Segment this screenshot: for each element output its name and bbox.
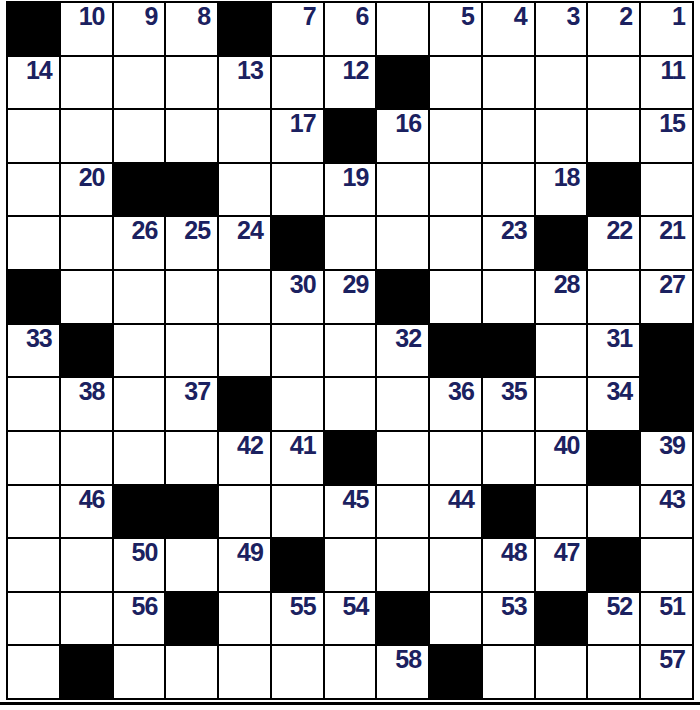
- clue-number-12: 12: [343, 57, 369, 83]
- cell-r3c5[interactable]: [219, 110, 270, 162]
- clue-number-51: 51: [659, 593, 685, 619]
- cell-r3c9[interactable]: [430, 110, 481, 162]
- clue-number-11: 11: [661, 57, 685, 83]
- cell-r13c1[interactable]: [8, 646, 59, 698]
- cell-r8c7[interactable]: [325, 378, 376, 430]
- black-cell-r1c1: [8, 3, 59, 55]
- cell-r8c3[interactable]: [114, 378, 165, 430]
- black-cell-r7c9: [430, 325, 481, 377]
- clue-number-43: 43: [659, 486, 685, 512]
- cell-r13c5[interactable]: [219, 646, 270, 698]
- clue-number-29: 29: [343, 271, 369, 297]
- clue-number-55: 55: [290, 593, 316, 619]
- cell-r10c8[interactable]: [377, 486, 428, 538]
- cell-r4c7[interactable]: 19: [325, 164, 376, 216]
- cell-r12c10[interactable]: 53: [483, 593, 534, 645]
- cell-r8c9[interactable]: 36: [430, 378, 481, 430]
- cell-r2c10[interactable]: [483, 57, 534, 109]
- cell-r8c4[interactable]: 37: [166, 378, 217, 430]
- cell-r2c2[interactable]: [61, 57, 112, 109]
- cell-r5c9[interactable]: [430, 217, 481, 269]
- cell-r13c13[interactable]: 57: [641, 646, 692, 698]
- cell-r2c9[interactable]: [430, 57, 481, 109]
- clue-number-45: 45: [343, 486, 369, 512]
- cell-r8c8[interactable]: [377, 378, 428, 430]
- cell-r11c3[interactable]: 50: [114, 539, 165, 591]
- cell-r3c8[interactable]: 16: [377, 110, 428, 162]
- cell-r11c2[interactable]: [61, 539, 112, 591]
- cell-r12c13[interactable]: 51: [641, 593, 692, 645]
- cell-r3c2[interactable]: [61, 110, 112, 162]
- cell-r13c6[interactable]: [272, 646, 323, 698]
- cell-r7c8[interactable]: 32: [377, 325, 428, 377]
- cell-r9c2[interactable]: [61, 432, 112, 484]
- cell-r10c7[interactable]: 45: [325, 486, 376, 538]
- cell-r11c7[interactable]: [325, 539, 376, 591]
- black-cell-r10c10: [483, 486, 534, 538]
- cell-r1c4[interactable]: 8: [166, 3, 217, 55]
- cell-r9c9[interactable]: [430, 432, 481, 484]
- clue-number-47: 47: [554, 539, 580, 565]
- cell-r1c6[interactable]: 7: [272, 3, 323, 55]
- cell-r7c11[interactable]: [536, 325, 587, 377]
- cell-r11c13[interactable]: [641, 539, 692, 591]
- cell-r1c8[interactable]: [377, 3, 428, 55]
- clue-number-25: 25: [184, 217, 210, 243]
- cell-r6c6[interactable]: 30: [272, 271, 323, 323]
- cell-r4c2[interactable]: 20: [61, 164, 112, 216]
- clue-number-31: 31: [606, 325, 632, 351]
- cell-r11c10[interactable]: 48: [483, 539, 534, 591]
- cell-r10c1[interactable]: [8, 486, 59, 538]
- black-cell-r7c10: [483, 325, 534, 377]
- cell-r11c5[interactable]: 49: [219, 539, 270, 591]
- cell-r6c3[interactable]: [114, 271, 165, 323]
- board-bottom-border: [0, 702, 700, 705]
- clue-number-50: 50: [131, 539, 157, 565]
- cell-r1c10[interactable]: 4: [483, 3, 534, 55]
- cell-r10c5[interactable]: [219, 486, 270, 538]
- black-cell-r6c1: [8, 271, 59, 323]
- black-cell-r5c11: [536, 217, 587, 269]
- black-cell-r12c8: [377, 593, 428, 645]
- cell-r6c4[interactable]: [166, 271, 217, 323]
- clue-number-35: 35: [501, 378, 527, 404]
- cell-r13c8[interactable]: 58: [377, 646, 428, 698]
- cell-r3c10[interactable]: [483, 110, 534, 162]
- cell-r4c1[interactable]: [8, 164, 59, 216]
- black-cell-r12c11: [536, 593, 587, 645]
- cell-r9c1[interactable]: [8, 432, 59, 484]
- cell-r5c8[interactable]: [377, 217, 428, 269]
- clue-number-1: 1: [672, 3, 685, 29]
- clue-number-28: 28: [554, 271, 580, 297]
- cell-r5c2[interactable]: [61, 217, 112, 269]
- crossword-board: 1098765432114131211171615201918262524232…: [6, 1, 694, 700]
- cell-r9c4[interactable]: [166, 432, 217, 484]
- cell-r9c13[interactable]: 39: [641, 432, 692, 484]
- cell-r13c3[interactable]: [114, 646, 165, 698]
- black-cell-r12c4: [166, 593, 217, 645]
- black-cell-r1c5: [219, 3, 270, 55]
- cell-r6c9[interactable]: [430, 271, 481, 323]
- clue-number-54: 54: [343, 593, 369, 619]
- cell-r12c7[interactable]: 54: [325, 593, 376, 645]
- black-cell-r9c7: [325, 432, 376, 484]
- cell-r7c3[interactable]: [114, 325, 165, 377]
- cell-r8c1[interactable]: [8, 378, 59, 430]
- cell-r9c6[interactable]: 41: [272, 432, 323, 484]
- clue-number-4: 4: [514, 3, 527, 29]
- cell-r2c4[interactable]: [166, 57, 217, 109]
- cell-r7c12[interactable]: 31: [588, 325, 639, 377]
- clue-number-19: 19: [343, 164, 369, 190]
- cell-r11c8[interactable]: [377, 539, 428, 591]
- clue-number-32: 32: [395, 325, 421, 351]
- clue-number-9: 9: [144, 3, 157, 29]
- cell-r6c12[interactable]: [588, 271, 639, 323]
- clue-number-49: 49: [237, 539, 263, 565]
- cell-r4c5[interactable]: [219, 164, 270, 216]
- black-cell-r11c6: [272, 539, 323, 591]
- cell-r11c9[interactable]: [430, 539, 481, 591]
- cell-r7c7[interactable]: [325, 325, 376, 377]
- clue-number-26: 26: [131, 217, 157, 243]
- black-cell-r2c8: [377, 57, 428, 109]
- cell-r7c6[interactable]: [272, 325, 323, 377]
- clue-number-37: 37: [184, 378, 210, 404]
- clue-number-20: 20: [79, 164, 105, 190]
- cell-r6c7[interactable]: 29: [325, 271, 376, 323]
- cell-r5c12[interactable]: 22: [588, 217, 639, 269]
- cell-r2c7[interactable]: 12: [325, 57, 376, 109]
- cell-r4c6[interactable]: [272, 164, 323, 216]
- cell-r11c4[interactable]: [166, 539, 217, 591]
- cell-r9c8[interactable]: [377, 432, 428, 484]
- black-cell-r5c6: [272, 217, 323, 269]
- clue-number-38: 38: [79, 378, 105, 404]
- clue-number-30: 30: [290, 271, 316, 297]
- cell-r8c12[interactable]: 34: [588, 378, 639, 430]
- cell-r2c3[interactable]: [114, 57, 165, 109]
- black-cell-r4c3: [114, 164, 165, 216]
- clue-number-36: 36: [448, 378, 474, 404]
- cell-r3c11[interactable]: [536, 110, 587, 162]
- clue-number-10: 10: [79, 3, 105, 29]
- clue-number-18: 18: [554, 164, 580, 190]
- black-cell-r4c12: [588, 164, 639, 216]
- clue-number-33: 33: [26, 325, 52, 351]
- cell-r9c3[interactable]: [114, 432, 165, 484]
- black-cell-r13c2: [61, 646, 112, 698]
- cell-r13c11[interactable]: [536, 646, 587, 698]
- cell-r10c12[interactable]: [588, 486, 639, 538]
- cell-r12c3[interactable]: 56: [114, 593, 165, 645]
- clue-number-53: 53: [501, 593, 527, 619]
- cell-r2c12[interactable]: [588, 57, 639, 109]
- cell-r6c13[interactable]: 27: [641, 271, 692, 323]
- cell-r12c1[interactable]: [8, 593, 59, 645]
- clue-number-2: 2: [619, 3, 632, 29]
- cell-r3c12[interactable]: [588, 110, 639, 162]
- cell-r13c4[interactable]: [166, 646, 217, 698]
- cell-r12c2[interactable]: [61, 593, 112, 645]
- cell-r6c10[interactable]: [483, 271, 534, 323]
- black-cell-r9c12: [588, 432, 639, 484]
- clue-number-44: 44: [448, 486, 474, 512]
- cell-r4c11[interactable]: 18: [536, 164, 587, 216]
- cell-r10c6[interactable]: [272, 486, 323, 538]
- clue-number-40: 40: [554, 432, 580, 458]
- cell-r6c11[interactable]: 28: [536, 271, 587, 323]
- cell-r5c10[interactable]: 23: [483, 217, 534, 269]
- cell-r11c1[interactable]: [8, 539, 59, 591]
- clue-number-52: 52: [606, 593, 632, 619]
- black-cell-r11c12: [588, 539, 639, 591]
- clue-number-3: 3: [567, 3, 580, 29]
- cell-r10c2[interactable]: 46: [61, 486, 112, 538]
- clue-number-7: 7: [303, 3, 316, 29]
- clue-number-14: 14: [26, 57, 52, 83]
- cell-r2c5[interactable]: 13: [219, 57, 270, 109]
- black-cell-r13c9: [430, 646, 481, 698]
- clue-number-23: 23: [501, 217, 527, 243]
- black-cell-r6c8: [377, 271, 428, 323]
- cell-r4c9[interactable]: [430, 164, 481, 216]
- cell-r5c13[interactable]: 21: [641, 217, 692, 269]
- cell-r1c11[interactable]: 3: [536, 3, 587, 55]
- cell-r9c10[interactable]: [483, 432, 534, 484]
- cell-r10c13[interactable]: 43: [641, 486, 692, 538]
- cell-r10c11[interactable]: [536, 486, 587, 538]
- cell-r6c2[interactable]: [61, 271, 112, 323]
- cell-r8c2[interactable]: 38: [61, 378, 112, 430]
- clue-number-34: 34: [606, 378, 632, 404]
- cell-r9c11[interactable]: 40: [536, 432, 587, 484]
- cell-r5c1[interactable]: [8, 217, 59, 269]
- clue-number-48: 48: [501, 539, 527, 565]
- cell-r2c13[interactable]: 11: [641, 57, 692, 109]
- cell-r7c5[interactable]: [219, 325, 270, 377]
- cell-r13c7[interactable]: [325, 646, 376, 698]
- clue-number-16: 16: [395, 110, 421, 136]
- cell-r3c13[interactable]: 15: [641, 110, 692, 162]
- clue-number-17: 17: [290, 110, 316, 136]
- cell-r1c12[interactable]: 2: [588, 3, 639, 55]
- cell-r3c4[interactable]: [166, 110, 217, 162]
- black-cell-r8c13: [641, 378, 692, 430]
- cell-r4c13[interactable]: [641, 164, 692, 216]
- clue-number-21: 21: [659, 217, 685, 243]
- cell-r1c2[interactable]: 10: [61, 3, 112, 55]
- cell-r1c7[interactable]: 6: [325, 3, 376, 55]
- black-cell-r4c4: [166, 164, 217, 216]
- clue-number-46: 46: [79, 486, 105, 512]
- black-cell-r7c2: [61, 325, 112, 377]
- cell-r12c9[interactable]: [430, 593, 481, 645]
- clue-number-13: 13: [237, 57, 263, 83]
- cell-r5c4[interactable]: 25: [166, 217, 217, 269]
- cell-r6c5[interactable]: [219, 271, 270, 323]
- cell-r8c11[interactable]: [536, 378, 587, 430]
- cell-r2c11[interactable]: [536, 57, 587, 109]
- clue-number-22: 22: [606, 217, 632, 243]
- clue-number-39: 39: [659, 432, 685, 458]
- clue-number-41: 41: [290, 432, 316, 458]
- cell-r7c1[interactable]: 33: [8, 325, 59, 377]
- black-cell-r7c13: [641, 325, 692, 377]
- cell-r7c4[interactable]: [166, 325, 217, 377]
- black-cell-r3c7: [325, 110, 376, 162]
- black-cell-r10c4: [166, 486, 217, 538]
- clue-number-8: 8: [197, 3, 210, 29]
- cell-r3c6[interactable]: 17: [272, 110, 323, 162]
- cell-r3c3[interactable]: [114, 110, 165, 162]
- clue-number-42: 42: [237, 432, 263, 458]
- black-cell-r10c3: [114, 486, 165, 538]
- cell-r13c12[interactable]: [588, 646, 639, 698]
- cell-r4c10[interactable]: [483, 164, 534, 216]
- clue-number-57: 57: [659, 646, 685, 672]
- cell-r10c9[interactable]: 44: [430, 486, 481, 538]
- clue-number-5: 5: [461, 3, 474, 29]
- cell-r13c10[interactable]: [483, 646, 534, 698]
- cell-r5c3[interactable]: 26: [114, 217, 165, 269]
- cell-r1c3[interactable]: 9: [114, 3, 165, 55]
- cell-r8c6[interactable]: [272, 378, 323, 430]
- clue-number-58: 58: [395, 646, 421, 672]
- cell-r5c5[interactable]: 24: [219, 217, 270, 269]
- clue-number-6: 6: [355, 3, 368, 29]
- cell-r8c10[interactable]: 35: [483, 378, 534, 430]
- cell-r12c6[interactable]: 55: [272, 593, 323, 645]
- clue-number-15: 15: [659, 110, 685, 136]
- cell-r3c1[interactable]: [8, 110, 59, 162]
- cell-r12c5[interactable]: [219, 593, 270, 645]
- clue-number-24: 24: [237, 217, 263, 243]
- cell-r4c8[interactable]: [377, 164, 428, 216]
- cell-r2c6[interactable]: [272, 57, 323, 109]
- cell-r11c11[interactable]: 47: [536, 539, 587, 591]
- cell-r1c9[interactable]: 5: [430, 3, 481, 55]
- cell-r2c1[interactable]: 14: [8, 57, 59, 109]
- cell-r12c12[interactable]: 52: [588, 593, 639, 645]
- cell-r9c5[interactable]: 42: [219, 432, 270, 484]
- clue-number-56: 56: [131, 593, 157, 619]
- cell-r5c7[interactable]: [325, 217, 376, 269]
- cell-r1c13[interactable]: 1: [641, 3, 692, 55]
- clue-number-27: 27: [659, 271, 685, 297]
- black-cell-r8c5: [219, 378, 270, 430]
